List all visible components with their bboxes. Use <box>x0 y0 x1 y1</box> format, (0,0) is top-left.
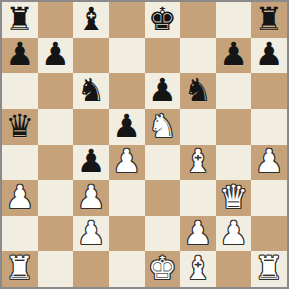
square-h8[interactable]: ♜ <box>251 2 287 38</box>
square-b4[interactable] <box>38 145 74 181</box>
square-a7[interactable]: ♟ <box>2 38 38 74</box>
square-a4[interactable] <box>2 145 38 181</box>
square-h4[interactable]: ♟ <box>251 145 287 181</box>
square-c3[interactable]: ♟ <box>73 180 109 216</box>
square-h1[interactable]: ♜ <box>251 251 287 287</box>
square-d6[interactable] <box>109 73 145 109</box>
square-a5[interactable]: ♛ <box>2 109 38 145</box>
piece-black-knight: ♞ <box>77 74 106 106</box>
square-d7[interactable] <box>109 38 145 74</box>
square-c6[interactable]: ♞ <box>73 73 109 109</box>
square-g7[interactable]: ♟ <box>216 38 252 74</box>
piece-black-rook: ♜ <box>5 3 34 35</box>
square-b5[interactable] <box>38 109 74 145</box>
piece-white-bishop: ♝ <box>184 145 213 177</box>
piece-white-king: ♚ <box>148 252 177 284</box>
piece-black-pawn: ♟ <box>41 38 70 70</box>
square-d1[interactable] <box>109 251 145 287</box>
square-c4[interactable]: ♟ <box>73 145 109 181</box>
piece-white-pawn: ♟ <box>255 145 284 177</box>
square-f3[interactable] <box>180 180 216 216</box>
piece-black-knight: ♞ <box>184 74 213 106</box>
piece-black-queen: ♛ <box>5 110 34 142</box>
square-h7[interactable]: ♟ <box>251 38 287 74</box>
square-b3[interactable] <box>38 180 74 216</box>
square-e5[interactable]: ♞ <box>145 109 181 145</box>
square-a2[interactable] <box>2 216 38 252</box>
square-c2[interactable]: ♟ <box>73 216 109 252</box>
square-b6[interactable] <box>38 73 74 109</box>
square-e4[interactable] <box>145 145 181 181</box>
square-f8[interactable] <box>180 2 216 38</box>
square-g2[interactable]: ♟ <box>216 216 252 252</box>
piece-black-king: ♚ <box>148 3 177 35</box>
square-f7[interactable] <box>180 38 216 74</box>
square-c1[interactable] <box>73 251 109 287</box>
square-e7[interactable] <box>145 38 181 74</box>
piece-white-rook: ♜ <box>255 252 284 284</box>
square-c7[interactable] <box>73 38 109 74</box>
piece-white-rook: ♜ <box>5 252 34 284</box>
square-c8[interactable]: ♝ <box>73 2 109 38</box>
square-e3[interactable] <box>145 180 181 216</box>
square-g5[interactable] <box>216 109 252 145</box>
square-h3[interactable] <box>251 180 287 216</box>
square-h6[interactable] <box>251 73 287 109</box>
square-d8[interactable] <box>109 2 145 38</box>
square-b2[interactable] <box>38 216 74 252</box>
piece-white-knight: ♞ <box>148 110 177 142</box>
square-a3[interactable]: ♟ <box>2 180 38 216</box>
square-g6[interactable] <box>216 73 252 109</box>
square-f2[interactable]: ♟ <box>180 216 216 252</box>
piece-black-pawn: ♟ <box>219 38 248 70</box>
piece-black-rook: ♜ <box>255 3 284 35</box>
square-g3[interactable]: ♛ <box>216 180 252 216</box>
square-d4[interactable]: ♟ <box>109 145 145 181</box>
square-e2[interactable] <box>145 216 181 252</box>
square-f1[interactable]: ♝ <box>180 251 216 287</box>
square-b8[interactable] <box>38 2 74 38</box>
square-f5[interactable] <box>180 109 216 145</box>
square-d5[interactable]: ♟ <box>109 109 145 145</box>
piece-black-bishop: ♝ <box>77 3 106 35</box>
square-e8[interactable]: ♚ <box>145 2 181 38</box>
square-d2[interactable] <box>109 216 145 252</box>
piece-white-pawn: ♟ <box>77 181 106 213</box>
square-b1[interactable] <box>38 251 74 287</box>
piece-white-pawn: ♟ <box>184 217 213 249</box>
piece-black-pawn: ♟ <box>112 110 141 142</box>
piece-white-bishop: ♝ <box>184 252 213 284</box>
square-d3[interactable] <box>109 180 145 216</box>
piece-white-pawn: ♟ <box>112 145 141 177</box>
piece-white-queen: ♛ <box>219 181 248 213</box>
square-e1[interactable]: ♚ <box>145 251 181 287</box>
square-b7[interactable]: ♟ <box>38 38 74 74</box>
square-e6[interactable]: ♟ <box>145 73 181 109</box>
square-g8[interactable] <box>216 2 252 38</box>
piece-white-pawn: ♟ <box>219 217 248 249</box>
square-c5[interactable] <box>73 109 109 145</box>
square-f6[interactable]: ♞ <box>180 73 216 109</box>
square-a8[interactable]: ♜ <box>2 2 38 38</box>
piece-white-pawn: ♟ <box>5 181 34 213</box>
square-h2[interactable] <box>251 216 287 252</box>
piece-black-pawn: ♟ <box>77 145 106 177</box>
square-a6[interactable] <box>2 73 38 109</box>
square-a1[interactable]: ♜ <box>2 251 38 287</box>
piece-black-pawn: ♟ <box>255 38 284 70</box>
chess-board: ♜♝♚♜♟♟♟♟♞♟♞♛♟♞♟♟♝♟♟♟♛♟♟♟♜♚♝♜ <box>0 0 289 289</box>
square-h5[interactable] <box>251 109 287 145</box>
piece-white-pawn: ♟ <box>77 217 106 249</box>
square-f4[interactable]: ♝ <box>180 145 216 181</box>
piece-black-pawn: ♟ <box>5 38 34 70</box>
piece-black-pawn: ♟ <box>148 74 177 106</box>
square-g4[interactable] <box>216 145 252 181</box>
square-g1[interactable] <box>216 251 252 287</box>
